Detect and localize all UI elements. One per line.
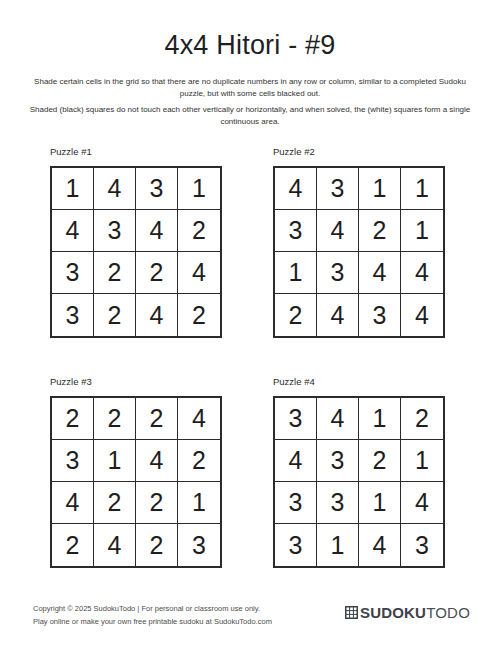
hitori-cell: 3	[94, 210, 136, 252]
footer-copyright: Copyright © 2025 SudokuTodo | For person…	[33, 602, 272, 628]
hitori-cell: 4	[359, 524, 401, 566]
hitori-cell: 1	[52, 168, 94, 210]
hitori-cell: 2	[52, 398, 94, 440]
hitori-cell: 4	[401, 252, 443, 294]
hitori-cell: 2	[136, 398, 178, 440]
hitori-cell: 4	[401, 294, 443, 336]
hitori-cell: 3	[136, 168, 178, 210]
hitori-cell: 3	[317, 482, 359, 524]
hitori-cell: 1	[275, 252, 317, 294]
hitori-cell: 1	[401, 168, 443, 210]
hitori-cell: 4	[178, 398, 220, 440]
hitori-cell: 3	[275, 524, 317, 566]
hitori-cell: 3	[275, 398, 317, 440]
hitori-cell: 1	[359, 398, 401, 440]
hitori-cell: 4	[94, 524, 136, 566]
puzzle-label-1: Puzzle #1	[50, 146, 222, 157]
hitori-cell: 3	[317, 440, 359, 482]
hitori-cell: 2	[178, 440, 220, 482]
puzzle-block-2: Puzzle #2 4311342113442434	[273, 146, 445, 338]
hitori-cell: 2	[178, 210, 220, 252]
logo-text-light: TODO	[426, 604, 470, 621]
puzzle-label-2: Puzzle #2	[273, 146, 445, 157]
hitori-cell: 1	[359, 482, 401, 524]
hitori-cell: 1	[178, 482, 220, 524]
hitori-cell: 2	[401, 398, 443, 440]
hitori-cell: 2	[94, 294, 136, 336]
logo-text-bold: SUDOKU	[360, 604, 426, 621]
page-title: 4x4 Hitori - #9	[0, 30, 500, 61]
hitori-cell: 3	[317, 168, 359, 210]
hitori-cell: 1	[178, 168, 220, 210]
hitori-grid-4: 3412432133143143	[273, 396, 445, 568]
hitori-cell: 1	[359, 168, 401, 210]
hitori-cell: 3	[401, 524, 443, 566]
copyright-line: Copyright © 2025 SudokuTodo | For person…	[33, 602, 272, 615]
puzzle-block-3: Puzzle #3 2224314242212423	[50, 376, 222, 568]
hitori-cell: 1	[401, 440, 443, 482]
hitori-cell: 4	[317, 398, 359, 440]
hitori-grid-2: 4311342113442434	[273, 166, 445, 338]
hitori-cell: 4	[275, 440, 317, 482]
hitori-grid-3: 2224314242212423	[50, 396, 222, 568]
hitori-cell: 2	[359, 210, 401, 252]
hitori-cell: 4	[52, 210, 94, 252]
hitori-cell: 4	[52, 482, 94, 524]
hitori-cell: 3	[359, 294, 401, 336]
hitori-cell: 3	[275, 210, 317, 252]
hitori-cell: 4	[401, 482, 443, 524]
hitori-cell: 3	[317, 252, 359, 294]
hitori-cell: 3	[178, 524, 220, 566]
puzzle-block-4: Puzzle #4 3412432133143143	[273, 376, 445, 568]
hitori-cell: 2	[52, 524, 94, 566]
hitori-cell: 4	[178, 252, 220, 294]
hitori-cell: 3	[52, 252, 94, 294]
hitori-cell: 3	[52, 440, 94, 482]
hitori-cell: 4	[317, 294, 359, 336]
hitori-cell: 4	[136, 294, 178, 336]
hitori-cell: 1	[401, 210, 443, 252]
hitori-cell: 4	[136, 210, 178, 252]
hitori-cell: 1	[317, 524, 359, 566]
hitori-cell: 2	[94, 252, 136, 294]
instructions-paragraph-1: Shade certain cells in the grid so that …	[25, 76, 475, 99]
sudokutodo-logo: SUDOKU TODO	[345, 604, 470, 620]
puzzle-block-1: Puzzle #1 1431434232243242	[50, 146, 222, 338]
puzzle-label-3: Puzzle #3	[50, 376, 222, 387]
hitori-cell: 3	[52, 294, 94, 336]
hitori-cell: 4	[94, 168, 136, 210]
hitori-cell: 2	[275, 294, 317, 336]
footer-tagline: Play online or make your own free printa…	[33, 615, 272, 628]
hitori-cell: 2	[359, 440, 401, 482]
puzzle-label-4: Puzzle #4	[273, 376, 445, 387]
hitori-cell: 2	[178, 294, 220, 336]
sudoku-grid-icon	[345, 606, 358, 619]
hitori-cell: 2	[136, 252, 178, 294]
hitori-grid-1: 1431434232243242	[50, 166, 222, 338]
hitori-cell: 1	[94, 440, 136, 482]
hitori-cell: 2	[94, 398, 136, 440]
hitori-cell: 4	[317, 210, 359, 252]
hitori-cell: 2	[94, 482, 136, 524]
hitori-cell: 4	[136, 440, 178, 482]
hitori-cell: 2	[136, 482, 178, 524]
hitori-cell: 4	[275, 168, 317, 210]
instructions-paragraph-2: Shaded (black) squares do not touch each…	[25, 104, 475, 127]
hitori-cell: 3	[275, 482, 317, 524]
hitori-cell: 4	[359, 252, 401, 294]
hitori-cell: 2	[136, 524, 178, 566]
